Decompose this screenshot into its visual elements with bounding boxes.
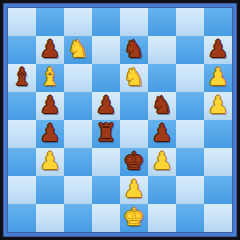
square-f3[interactable]: ♟: [148, 148, 176, 176]
yellow-knight[interactable]: ♞: [123, 63, 145, 91]
chess-game-screen: ♟♞♞♟♝♝♞♟♟♟♞♟♟♜♟♟♚♟♟♚: [0, 0, 240, 240]
chess-board: ♟♞♞♟♝♝♞♟♟♟♞♟♟♜♟♟♚♟♟♚: [8, 8, 232, 232]
square-h4[interactable]: [204, 120, 232, 148]
red-king[interactable]: ♚: [123, 147, 145, 175]
square-h5[interactable]: ♟: [204, 92, 232, 120]
square-h6[interactable]: ♟: [204, 64, 232, 92]
square-b6[interactable]: ♝: [36, 64, 64, 92]
square-c6[interactable]: [64, 64, 92, 92]
square-e6[interactable]: ♞: [120, 64, 148, 92]
red-pawn[interactable]: ♟: [39, 35, 61, 63]
square-e7[interactable]: ♞: [120, 36, 148, 64]
square-f4[interactable]: ♟: [148, 120, 176, 148]
square-d8[interactable]: [92, 8, 120, 36]
square-b8[interactable]: [36, 8, 64, 36]
square-e3[interactable]: ♚: [120, 148, 148, 176]
square-f2[interactable]: [148, 176, 176, 204]
square-h7[interactable]: ♟: [204, 36, 232, 64]
square-g2[interactable]: [176, 176, 204, 204]
square-f8[interactable]: [148, 8, 176, 36]
yellow-king[interactable]: ♚: [123, 203, 145, 231]
square-f1[interactable]: [148, 204, 176, 232]
square-d6[interactable]: [92, 64, 120, 92]
square-d3[interactable]: [92, 148, 120, 176]
square-d4[interactable]: ♜: [92, 120, 120, 148]
square-a5[interactable]: [8, 92, 36, 120]
square-d1[interactable]: [92, 204, 120, 232]
square-g4[interactable]: [176, 120, 204, 148]
red-knight[interactable]: ♞: [151, 91, 173, 119]
square-c8[interactable]: [64, 8, 92, 36]
square-e5[interactable]: [120, 92, 148, 120]
square-c1[interactable]: [64, 204, 92, 232]
square-g3[interactable]: [176, 148, 204, 176]
yellow-bishop[interactable]: ♝: [39, 63, 61, 91]
red-bishop[interactable]: ♝: [11, 63, 33, 91]
square-e1[interactable]: ♚: [120, 204, 148, 232]
square-c3[interactable]: [64, 148, 92, 176]
square-g7[interactable]: [176, 36, 204, 64]
square-e2[interactable]: ♟: [120, 176, 148, 204]
square-a2[interactable]: [8, 176, 36, 204]
yellow-pawn[interactable]: ♟: [207, 91, 229, 119]
square-f7[interactable]: [148, 36, 176, 64]
yellow-knight[interactable]: ♞: [67, 35, 89, 63]
square-g1[interactable]: [176, 204, 204, 232]
square-b2[interactable]: [36, 176, 64, 204]
square-f5[interactable]: ♞: [148, 92, 176, 120]
square-f6[interactable]: [148, 64, 176, 92]
red-pawn[interactable]: ♟: [39, 91, 61, 119]
square-d5[interactable]: ♟: [92, 92, 120, 120]
red-pawn[interactable]: ♟: [39, 119, 61, 147]
yellow-pawn[interactable]: ♟: [151, 147, 173, 175]
square-g6[interactable]: [176, 64, 204, 92]
square-c4[interactable]: [64, 120, 92, 148]
red-knight[interactable]: ♞: [123, 35, 145, 63]
square-a7[interactable]: [8, 36, 36, 64]
yellow-pawn[interactable]: ♟: [123, 175, 145, 203]
square-a8[interactable]: [8, 8, 36, 36]
red-pawn[interactable]: ♟: [207, 35, 229, 63]
square-a1[interactable]: [8, 204, 36, 232]
square-b5[interactable]: ♟: [36, 92, 64, 120]
red-pawn[interactable]: ♟: [95, 91, 117, 119]
square-d2[interactable]: [92, 176, 120, 204]
square-a3[interactable]: [8, 148, 36, 176]
square-c5[interactable]: [64, 92, 92, 120]
square-b1[interactable]: [36, 204, 64, 232]
square-e4[interactable]: [120, 120, 148, 148]
square-d7[interactable]: [92, 36, 120, 64]
square-g8[interactable]: [176, 8, 204, 36]
square-c7[interactable]: ♞: [64, 36, 92, 64]
square-h3[interactable]: [204, 148, 232, 176]
square-b4[interactable]: ♟: [36, 120, 64, 148]
square-h2[interactable]: [204, 176, 232, 204]
square-a4[interactable]: [8, 120, 36, 148]
square-g5[interactable]: [176, 92, 204, 120]
square-h1[interactable]: [204, 204, 232, 232]
square-a6[interactable]: ♝: [8, 64, 36, 92]
red-rook[interactable]: ♜: [95, 119, 117, 147]
square-h8[interactable]: [204, 8, 232, 36]
red-pawn[interactable]: ♟: [151, 119, 173, 147]
yellow-pawn[interactable]: ♟: [39, 147, 61, 175]
board-frame: ♟♞♞♟♝♝♞♟♟♟♞♟♟♜♟♟♚♟♟♚: [3, 3, 237, 237]
yellow-pawn[interactable]: ♟: [207, 63, 229, 91]
square-c2[interactable]: [64, 176, 92, 204]
square-b3[interactable]: ♟: [36, 148, 64, 176]
square-b7[interactable]: ♟: [36, 36, 64, 64]
square-e8[interactable]: [120, 8, 148, 36]
